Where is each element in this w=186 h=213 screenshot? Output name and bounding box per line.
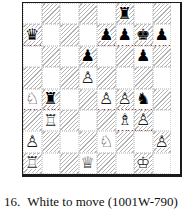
square-f3[interactable]: ♗ <box>116 110 135 131</box>
square-e3[interactable] <box>97 110 116 131</box>
white-bishop-f3: ♗ <box>118 112 132 128</box>
square-f4[interactable]: ♙ <box>116 89 135 110</box>
square-c4[interactable] <box>60 89 79 110</box>
square-g1[interactable]: ♔ <box>134 153 153 174</box>
white-knight-a4: ♘ <box>25 91 39 107</box>
square-h6[interactable] <box>153 46 172 67</box>
square-h7[interactable]: ♟ <box>153 24 172 45</box>
white-king-g1: ♔ <box>136 155 150 171</box>
white-rook-b3: ♖ <box>44 113 58 129</box>
square-f5[interactable] <box>116 67 135 88</box>
white-queen-d1: ♕ <box>81 155 95 171</box>
square-g8[interactable] <box>134 3 153 24</box>
square-b7[interactable] <box>42 24 61 45</box>
square-f8[interactable]: ♜ <box>116 3 135 24</box>
square-c6[interactable] <box>60 46 79 67</box>
square-a8[interactable] <box>23 3 42 24</box>
square-d3[interactable] <box>79 110 98 131</box>
square-b8[interactable] <box>42 3 61 24</box>
square-g7[interactable]: ♚ <box>134 24 153 45</box>
square-h8[interactable] <box>153 3 172 24</box>
square-c3[interactable] <box>60 110 79 131</box>
square-b2[interactable] <box>42 131 61 152</box>
square-a1[interactable]: ♖ <box>23 153 42 174</box>
chess-board: ♜♛♟♟♚♟♟♟♙♘♜♙♙♞♖♗♙♙♘♙♖♕♔ <box>22 2 182 177</box>
square-d1[interactable]: ♕ <box>79 153 98 174</box>
square-h2[interactable]: ♙ <box>153 131 172 152</box>
square-e6[interactable] <box>97 46 116 67</box>
square-h1[interactable] <box>153 153 172 174</box>
black-pawn-e7: ♟ <box>99 27 113 43</box>
square-h3[interactable] <box>153 110 172 131</box>
white-pawn-g3: ♙ <box>136 112 150 128</box>
square-f1[interactable] <box>116 153 135 174</box>
black-rook-f8: ♜ <box>118 6 132 22</box>
square-c1[interactable] <box>60 153 79 174</box>
square-a5[interactable] <box>23 67 42 88</box>
black-knight-g4: ♞ <box>136 91 150 107</box>
puzzle-number: 16. <box>4 194 20 209</box>
white-pawn-h2: ♙ <box>155 134 169 150</box>
square-e8[interactable] <box>97 3 116 24</box>
black-queen-a7: ♛ <box>25 27 39 43</box>
white-pawn-d5: ♙ <box>81 70 95 86</box>
square-e7[interactable]: ♟ <box>97 24 116 45</box>
black-pawn-f7: ♟ <box>118 27 132 43</box>
black-pawn-g6: ♟ <box>136 48 150 64</box>
square-f7[interactable]: ♟ <box>116 24 135 45</box>
caption-text: White to move (1001W-790) <box>27 194 178 209</box>
square-b3[interactable]: ♖ <box>42 110 61 131</box>
black-rook-b4: ♜ <box>44 91 58 107</box>
square-d4[interactable] <box>79 89 98 110</box>
black-pawn-h7: ♟ <box>155 27 169 43</box>
square-c2[interactable] <box>60 131 79 152</box>
caption: 16.White to move (1001W-790) <box>4 194 184 210</box>
square-e1[interactable] <box>97 153 116 174</box>
square-c8[interactable] <box>60 3 79 24</box>
square-d5[interactable]: ♙ <box>79 67 98 88</box>
square-g3[interactable]: ♙ <box>134 110 153 131</box>
square-a2[interactable]: ♙ <box>23 131 42 152</box>
square-g6[interactable]: ♟ <box>134 46 153 67</box>
white-knight-e2: ♘ <box>99 134 113 150</box>
square-h5[interactable] <box>153 67 172 88</box>
square-e4[interactable]: ♙ <box>97 89 116 110</box>
square-a4[interactable]: ♘ <box>23 89 42 110</box>
square-b1[interactable] <box>42 153 61 174</box>
square-a3[interactable] <box>23 110 42 131</box>
square-d2[interactable] <box>79 131 98 152</box>
square-d8[interactable] <box>79 3 98 24</box>
square-e2[interactable]: ♘ <box>97 131 116 152</box>
white-pawn-f4: ♙ <box>118 91 132 107</box>
square-h4[interactable] <box>153 89 172 110</box>
black-pawn-d6: ♟ <box>81 48 95 64</box>
square-f6[interactable] <box>116 46 135 67</box>
square-a6[interactable] <box>23 46 42 67</box>
square-c5[interactable] <box>60 67 79 88</box>
black-king-g7: ♚ <box>136 27 150 43</box>
square-e5[interactable] <box>97 67 116 88</box>
square-g4[interactable]: ♞ <box>134 89 153 110</box>
square-g5[interactable] <box>134 67 153 88</box>
square-d6[interactable]: ♟ <box>79 46 98 67</box>
white-pawn-e4: ♙ <box>99 91 113 107</box>
square-d7[interactable] <box>79 24 98 45</box>
white-rook-a1: ♖ <box>25 155 39 171</box>
square-b4[interactable]: ♜ <box>42 89 61 110</box>
square-b5[interactable] <box>42 67 61 88</box>
square-c7[interactable] <box>60 24 79 45</box>
square-f2[interactable] <box>116 131 135 152</box>
board-grid: ♜♛♟♟♚♟♟♟♙♘♜♙♙♞♖♗♙♙♘♙♖♕♔ <box>23 3 171 174</box>
square-g2[interactable] <box>134 131 153 152</box>
white-pawn-a2: ♙ <box>25 134 39 150</box>
square-b6[interactable] <box>42 46 61 67</box>
square-a7[interactable]: ♛ <box>23 24 42 45</box>
